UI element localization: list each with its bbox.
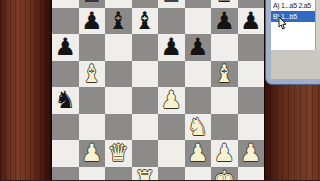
piece-black-pawn[interactable]: ♟ — [79, 8, 106, 35]
square-c6[interactable] — [105, 34, 132, 61]
square-a4[interactable]: ♞ — [52, 87, 79, 114]
piece-black-rook[interactable]: ♜ — [158, 0, 185, 8]
square-g6[interactable] — [211, 34, 238, 61]
square-c1[interactable] — [105, 167, 132, 181]
square-f4[interactable] — [185, 87, 212, 114]
square-g7[interactable]: ♟ — [211, 8, 238, 35]
piece-white-rook[interactable]: ♜ — [132, 167, 159, 181]
square-b7[interactable]: ♟ — [79, 8, 106, 35]
square-b6[interactable] — [79, 34, 106, 61]
square-e3[interactable] — [158, 114, 185, 141]
square-e2[interactable] — [158, 140, 185, 167]
wood-desktop-left — [0, 0, 52, 180]
square-f1[interactable] — [185, 167, 212, 181]
piece-white-knight[interactable]: ♞ — [185, 114, 212, 141]
square-b2[interactable]: ♟ — [79, 140, 106, 167]
square-e7[interactable] — [158, 8, 185, 35]
square-e5[interactable] — [158, 61, 185, 88]
square-f5[interactable] — [185, 61, 212, 88]
analysis-panel-window: A) 1...a5 2.a5B) 1...b5 — [266, 0, 320, 84]
piece-black-pawn[interactable]: ♟ — [158, 34, 185, 61]
piece-black-pawn[interactable]: ♟ — [185, 34, 212, 61]
piece-white-pawn[interactable]: ♟ — [158, 87, 185, 114]
square-d5[interactable] — [132, 61, 159, 88]
square-h4[interactable] — [238, 87, 265, 114]
scrollbar[interactable] — [315, 0, 320, 50]
piece-white-pawn[interactable]: ♟ — [185, 140, 212, 167]
piece-black-pawn[interactable]: ♟ — [238, 8, 265, 35]
screenshot-root: ♜♜♚♟♝♝♟♟♟♟♟♝♝♞♟♞♟♛♟♟♟♜♚ A) 1...a5 2.a5B)… — [0, 0, 320, 180]
piece-white-pawn[interactable]: ♟ — [238, 140, 265, 167]
square-g5[interactable]: ♝ — [211, 61, 238, 88]
square-g3[interactable] — [211, 114, 238, 141]
piece-white-king[interactable]: ♚ — [211, 167, 238, 181]
square-a3[interactable] — [52, 114, 79, 141]
piece-white-bishop[interactable]: ♝ — [79, 61, 106, 88]
square-b4[interactable] — [79, 87, 106, 114]
square-h6[interactable] — [238, 34, 265, 61]
piece-black-pawn[interactable]: ♟ — [52, 34, 79, 61]
piece-white-bishop[interactable]: ♝ — [211, 61, 238, 88]
square-d6[interactable] — [132, 34, 159, 61]
square-a2[interactable] — [52, 140, 79, 167]
square-g2[interactable]: ♟ — [211, 140, 238, 167]
square-a7[interactable] — [52, 8, 79, 35]
square-g1[interactable]: ♚ — [211, 167, 238, 181]
square-e4[interactable]: ♟ — [158, 87, 185, 114]
square-f3[interactable]: ♞ — [185, 114, 212, 141]
square-d1[interactable]: ♜ — [132, 167, 159, 181]
square-d3[interactable] — [132, 114, 159, 141]
square-c7[interactable]: ♝ — [105, 8, 132, 35]
square-h5[interactable] — [238, 61, 265, 88]
piece-black-pawn[interactable]: ♟ — [211, 8, 238, 35]
square-e8[interactable]: ♜ — [158, 0, 185, 8]
mouse-cursor-icon — [278, 17, 288, 30]
square-h2[interactable]: ♟ — [238, 140, 265, 167]
square-b5[interactable]: ♝ — [79, 61, 106, 88]
square-a8[interactable] — [52, 0, 79, 8]
square-a1[interactable] — [52, 167, 79, 181]
square-b3[interactable] — [79, 114, 106, 141]
piece-white-pawn[interactable]: ♟ — [211, 140, 238, 167]
square-c3[interactable] — [105, 114, 132, 141]
piece-black-bishop[interactable]: ♝ — [132, 8, 159, 35]
square-f7[interactable] — [185, 8, 212, 35]
square-d7[interactable]: ♝ — [132, 8, 159, 35]
square-c2[interactable]: ♛ — [105, 140, 132, 167]
chess-board: ♜♜♚♟♝♝♟♟♟♟♟♝♝♞♟♞♟♛♟♟♟♜♚ — [52, 0, 264, 180]
square-d2[interactable] — [132, 140, 159, 167]
piece-white-queen[interactable]: ♛ — [105, 140, 132, 167]
square-c5[interactable] — [105, 61, 132, 88]
piece-black-knight[interactable]: ♞ — [52, 87, 79, 114]
square-c4[interactable] — [105, 87, 132, 114]
square-d4[interactable] — [132, 87, 159, 114]
square-h3[interactable] — [238, 114, 265, 141]
piece-black-bishop[interactable]: ♝ — [105, 8, 132, 35]
square-f2[interactable]: ♟ — [185, 140, 212, 167]
square-g4[interactable] — [211, 87, 238, 114]
square-h1[interactable] — [238, 167, 265, 181]
square-b1[interactable] — [79, 167, 106, 181]
square-f8[interactable] — [185, 0, 212, 8]
piece-white-pawn[interactable]: ♟ — [79, 140, 106, 167]
analysis-line-0[interactable]: A) 1...a5 2.a5 — [271, 0, 320, 11]
square-e1[interactable] — [158, 167, 185, 181]
square-h7[interactable]: ♟ — [238, 8, 265, 35]
square-a5[interactable] — [52, 61, 79, 88]
panel-empty-area — [271, 50, 320, 79]
square-f6[interactable]: ♟ — [185, 34, 212, 61]
square-a6[interactable]: ♟ — [52, 34, 79, 61]
square-e6[interactable]: ♟ — [158, 34, 185, 61]
